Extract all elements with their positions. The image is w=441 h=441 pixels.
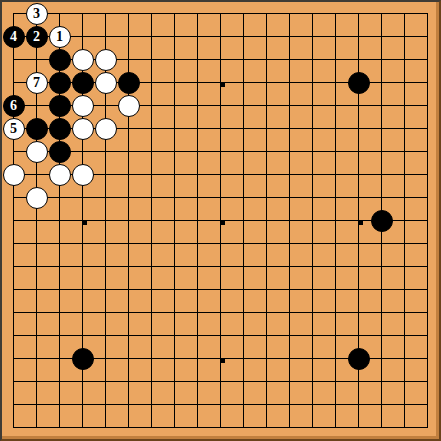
black-stone — [348, 72, 370, 94]
black-stone — [72, 348, 94, 370]
black-stone — [49, 141, 71, 163]
white-stone — [95, 72, 117, 94]
white-stone-move-1: 1 — [49, 26, 71, 48]
white-stone — [72, 118, 94, 140]
black-stone — [118, 72, 140, 94]
black-stone-move-2: 2 — [26, 26, 48, 48]
black-stone — [49, 72, 71, 94]
white-stone — [72, 164, 94, 186]
stones-layer: 3421765 — [2, 2, 439, 439]
black-stone-move-6: 6 — [3, 95, 25, 117]
black-stone — [49, 95, 71, 117]
black-stone — [348, 348, 370, 370]
white-stone — [72, 49, 94, 71]
white-stone-move-3: 3 — [26, 3, 48, 25]
black-stone — [26, 118, 48, 140]
white-stone — [3, 164, 25, 186]
white-stone-move-7: 7 — [26, 72, 48, 94]
white-stone — [26, 141, 48, 163]
white-stone-move-5: 5 — [3, 118, 25, 140]
white-stone — [49, 164, 71, 186]
white-stone — [118, 95, 140, 117]
black-stone — [72, 72, 94, 94]
black-stone-move-4: 4 — [3, 26, 25, 48]
black-stone — [371, 210, 393, 232]
white-stone — [72, 95, 94, 117]
black-stone — [49, 118, 71, 140]
go-board: 3421765 — [0, 0, 441, 441]
white-stone — [95, 118, 117, 140]
black-stone — [49, 49, 71, 71]
white-stone — [26, 187, 48, 209]
white-stone — [95, 49, 117, 71]
